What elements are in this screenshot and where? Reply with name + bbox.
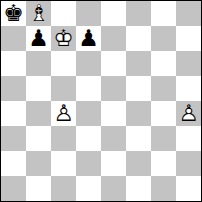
square-g8[interactable] [151,1,176,26]
square-h8[interactable] [176,1,201,26]
square-g7[interactable] [151,26,176,51]
square-g3[interactable] [151,126,176,151]
square-d7[interactable]: ♟ [76,26,101,51]
square-h2[interactable] [176,151,201,176]
square-b3[interactable] [26,126,51,151]
square-e2[interactable] [101,151,126,176]
square-f2[interactable] [126,151,151,176]
square-c2[interactable] [51,151,76,176]
square-d3[interactable] [76,126,101,151]
square-g1[interactable] [151,176,176,201]
square-a5[interactable] [1,76,26,101]
square-d5[interactable] [76,76,101,101]
white-bishop-fill: ♝ [26,1,51,26]
square-c5[interactable] [51,76,76,101]
square-f1[interactable] [126,176,151,201]
square-b1[interactable] [26,176,51,201]
square-e6[interactable] [101,51,126,76]
square-f7[interactable] [126,26,151,51]
square-a1[interactable] [1,176,26,201]
square-d4[interactable] [76,101,101,126]
square-d2[interactable] [76,151,101,176]
piece-black-pawn[interactable]: ♟ [26,26,51,51]
white-king-fill: ♚ [51,26,76,51]
piece-white-pawn[interactable]: ♙ [176,101,201,126]
square-c1[interactable] [51,176,76,201]
square-c6[interactable] [51,51,76,76]
square-d6[interactable] [76,51,101,76]
square-e4[interactable] [101,101,126,126]
square-e3[interactable] [101,126,126,151]
square-h7[interactable] [176,26,201,51]
piece-white-king[interactable]: ♔ [51,26,76,51]
square-g4[interactable] [151,101,176,126]
square-a4[interactable] [1,101,26,126]
square-e7[interactable] [101,26,126,51]
piece-white-pawn[interactable]: ♙ [51,101,76,126]
square-f4[interactable] [126,101,151,126]
square-g6[interactable] [151,51,176,76]
square-c4[interactable]: ♟♙ [51,101,76,126]
square-a6[interactable] [1,51,26,76]
square-a2[interactable] [1,151,26,176]
chess-board: ♚♝♗♟♚♔♟♟♙♟♙ [0,0,202,202]
square-h4[interactable]: ♟♙ [176,101,201,126]
square-b8[interactable]: ♝♗ [26,1,51,26]
square-c7[interactable]: ♚♔ [51,26,76,51]
square-h5[interactable] [176,76,201,101]
square-d8[interactable] [76,1,101,26]
piece-white-bishop[interactable]: ♗ [26,1,51,26]
square-c8[interactable] [51,1,76,26]
square-a8[interactable]: ♚ [1,1,26,26]
square-e5[interactable] [101,76,126,101]
square-f3[interactable] [126,126,151,151]
square-a7[interactable] [1,26,26,51]
square-h1[interactable] [176,176,201,201]
square-f6[interactable] [126,51,151,76]
square-h6[interactable] [176,51,201,76]
square-f8[interactable] [126,1,151,26]
square-g2[interactable] [151,151,176,176]
square-d1[interactable] [76,176,101,201]
square-f5[interactable] [126,76,151,101]
square-b6[interactable] [26,51,51,76]
square-a3[interactable] [1,126,26,151]
square-c3[interactable] [51,126,76,151]
square-b4[interactable] [26,101,51,126]
square-e1[interactable] [101,176,126,201]
square-b5[interactable] [26,76,51,101]
piece-black-king[interactable]: ♚ [1,1,26,26]
square-e8[interactable] [101,1,126,26]
square-b2[interactable] [26,151,51,176]
piece-black-pawn[interactable]: ♟ [76,26,101,51]
white-pawn-fill: ♟ [51,101,76,126]
square-g5[interactable] [151,76,176,101]
square-h3[interactable] [176,126,201,151]
square-b7[interactable]: ♟ [26,26,51,51]
white-pawn-fill: ♟ [176,101,201,126]
